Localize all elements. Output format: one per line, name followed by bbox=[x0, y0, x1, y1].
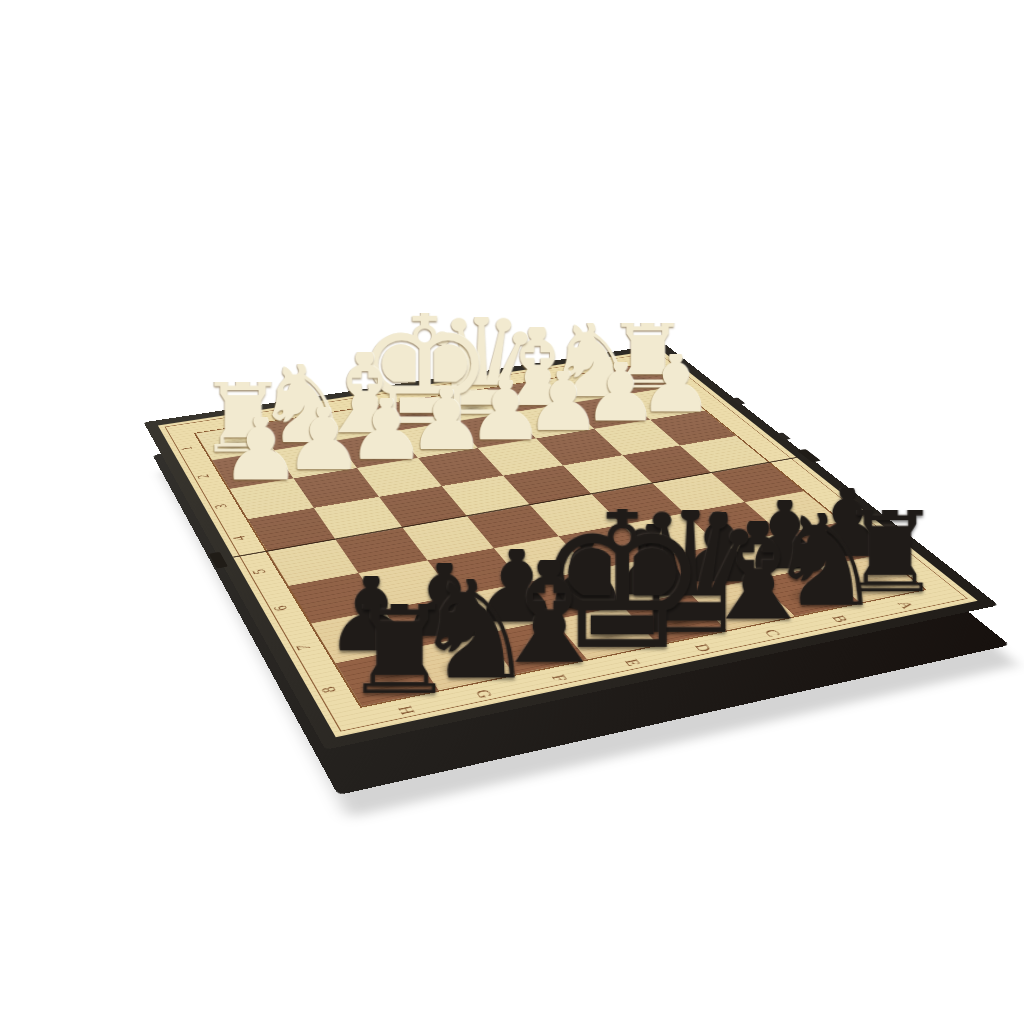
file-label-H: H bbox=[389, 700, 423, 720]
rank-label-5: 5 bbox=[245, 564, 274, 579]
scene: ♜♞♝♚♛♝♞♜♟♟♟♟♟♟♟♟♟♟♟♟♟♟♟♟♜♞♝♚♛♝♞♜ 1234567… bbox=[0, 0, 1024, 1024]
rank-label-4: 4 bbox=[226, 531, 254, 545]
piece-black-rook-h8: ♜ bbox=[309, 604, 489, 696]
square-h8: ♜ bbox=[336, 648, 439, 706]
case-latch-icon bbox=[777, 433, 792, 441]
rank-label-3: 3 bbox=[208, 500, 235, 513]
